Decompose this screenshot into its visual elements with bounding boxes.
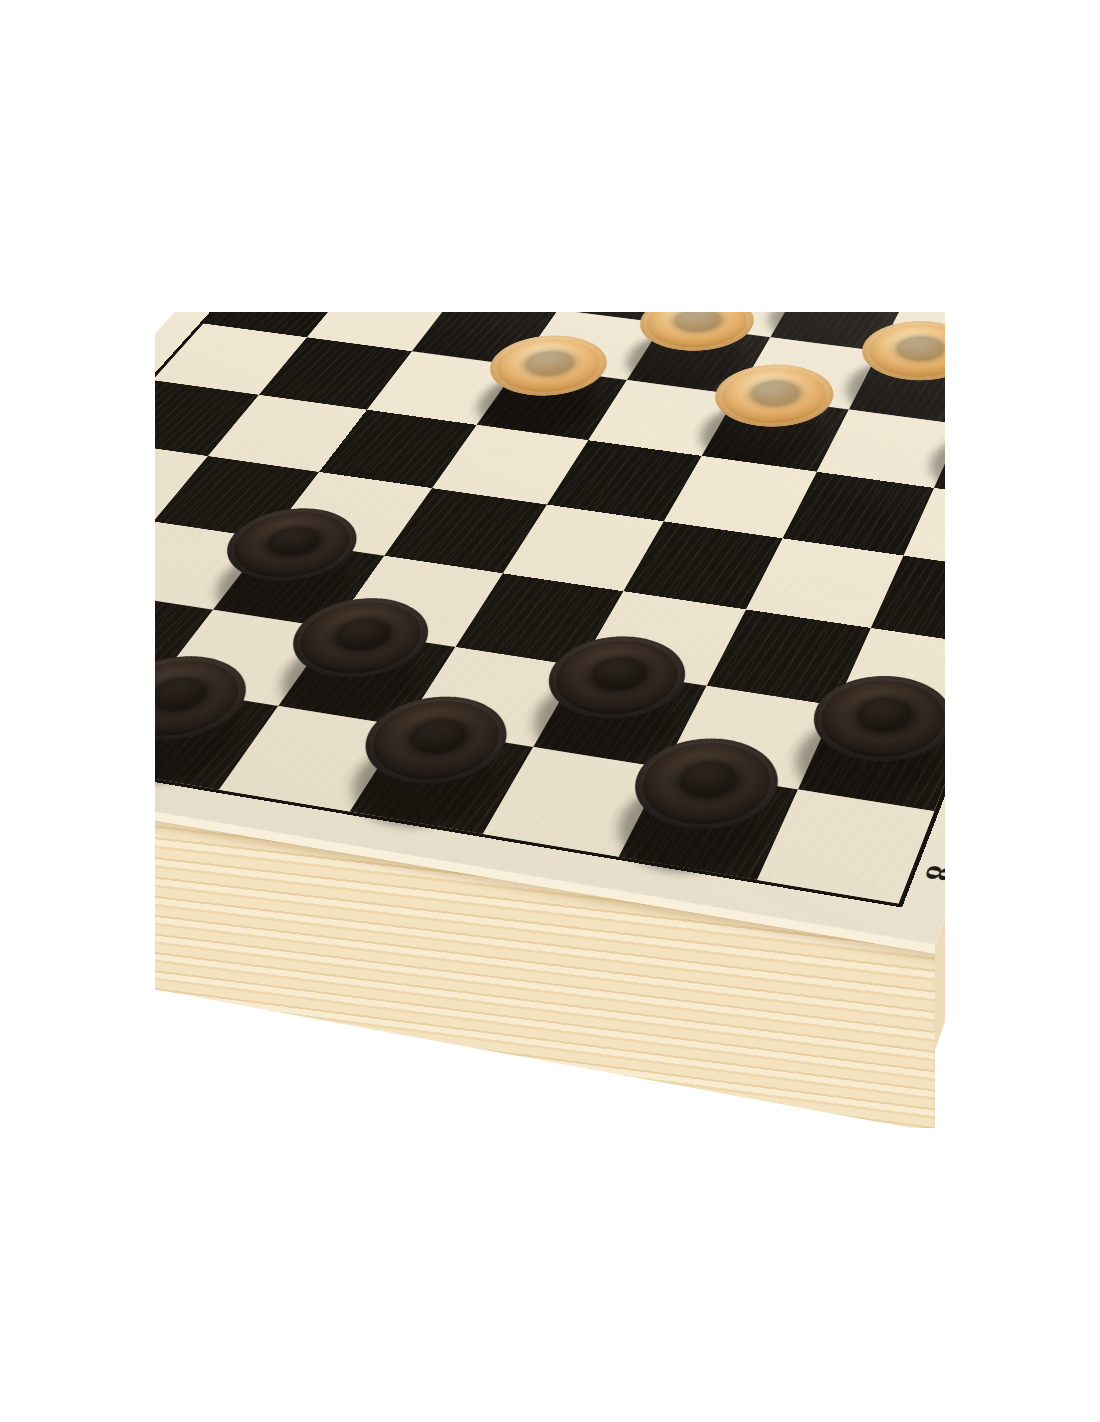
photo-crop-mask-top — [0, 0, 1100, 312]
square-h1[interactable] — [757, 789, 934, 903]
photo-crop-mask-bottom — [0, 1128, 1100, 1422]
checkerboard: ⛀⛀⛀⛀⛀⛀⛀⛀⛂⛂⛂⛂⛂⛂⛂ — [0, 218, 1100, 908]
product-photo: ⛀⛀⛀⛀⛀⛀⛀⛀⛂⛂⛂⛂⛂⛂⛂ 8 — [0, 0, 1100, 1422]
